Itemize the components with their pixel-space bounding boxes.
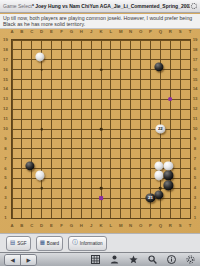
coord-label-top: J [90,29,92,33]
coord-label-right: 14 [193,87,198,91]
document-icon: ▤ [10,240,15,246]
coord-label-top: N [129,29,132,33]
coord-label-bottom: N [129,223,132,227]
coord-label-bottom: G [70,223,73,227]
playback-bar: ◀ ▶ [0,252,200,266]
coord-label-top: H [80,29,83,33]
coord-label-bottom: H [80,223,83,227]
coord-label-bottom: B [20,223,23,227]
coord-label-left: 12 [3,107,8,111]
coord-label-left: 4 [4,186,6,190]
coord-label-bottom: E [50,223,53,227]
coord-label-top: C [30,29,33,33]
coord-label-left: 6 [4,166,6,170]
coord-label-right: 16 [193,68,198,72]
coord-label-right: 1 [194,216,196,220]
coord-label-bottom: M [119,223,123,227]
coord-label-bottom: T [189,223,192,227]
variation-marker[interactable] [168,97,172,101]
coord-label-right: 5 [194,176,196,180]
coord-label-bottom: R [169,223,172,227]
coord-label-bottom: O [139,223,142,227]
coord-label-left: 14 [3,87,8,91]
coord-label-right: 10 [193,127,198,131]
coord-label-top: D [40,29,43,33]
move-number-label: 22 [156,124,165,133]
coord-label-left: 1 [4,216,6,220]
coord-label-left: 2 [4,206,6,210]
board-view-icon[interactable] [89,254,101,265]
coord-label-top: R [169,29,172,33]
info-icon[interactable] [165,254,177,265]
coord-label-right: 19 [193,38,198,42]
coord-label-right: 18 [193,48,198,52]
sgf-button[interactable]: ▤SGF [6,236,31,251]
board-icon: ▦ [40,240,45,246]
coord-label-left: 15 [3,77,8,81]
coord-label-bottom: L [110,223,113,227]
coord-label-left: 7 [4,157,6,161]
coord-label-top: P [149,29,152,33]
star-point [40,128,43,131]
button-label: Information [80,241,103,246]
coord-label-right: 7 [194,157,196,161]
coord-label-left: 13 [3,97,8,101]
coord-label-left: 3 [4,196,6,200]
info-icon: ⓘ [72,240,78,246]
coord-label-bottom: J [90,223,92,227]
coord-label-top: E [50,29,53,33]
game-title: * Joey Hung vs Nam ChiYun AGA_Jie_Li_Com… [32,3,190,9]
white-stone[interactable]: 22 [156,124,165,133]
coord-label-top: K [99,29,102,33]
coord-label-top: Q [159,29,162,33]
coord-label-right: 3 [194,196,196,200]
coord-label-bottom: C [30,223,33,227]
coord-label-right: 11 [193,117,198,121]
coord-label-left: 8 [4,147,6,151]
coord-label-bottom: A [10,223,13,227]
move-comment-text: Up till now, both players are playing co… [0,14,200,29]
star-point [40,68,43,71]
coord-label-right: 12 [193,107,198,111]
coord-label-top: S [179,29,182,33]
star-point [100,187,103,190]
star-point [100,68,103,71]
previous-move-button[interactable]: ◀ [5,255,20,265]
coord-label-right: 15 [193,77,198,81]
coord-label-bottom: P [149,223,152,227]
information-button[interactable]: ⓘInformation [68,236,106,251]
game-select-back-button[interactable]: Game Select [3,3,32,9]
coord-label-right: 9 [194,137,196,141]
coord-label-left: 9 [4,137,6,141]
coord-label-top: T [189,29,192,33]
players-icon[interactable] [108,254,120,265]
button-label: SGF [17,241,26,246]
search-icon[interactable] [146,254,158,265]
move-navigation-segmented-control: ◀ ▶ [4,254,37,266]
coord-label-bottom: K [99,223,102,227]
smartgo-app-window: Game Select * Joey Hung vs Nam ChiYun AG… [0,0,200,266]
star-point [40,187,43,190]
coord-label-top: O [139,29,142,33]
move-number-label: 21 [146,194,155,203]
settings-gear-icon[interactable] [190,3,197,10]
gear-icon [191,3,197,9]
coord-label-left: 5 [4,176,6,180]
coord-label-left: 19 [3,38,8,42]
coord-label-left: 16 [3,68,8,72]
coord-label-right: 2 [194,206,196,210]
coord-label-top: F [60,29,63,33]
coord-label-left: 18 [3,48,8,52]
coord-label-bottom: Q [159,223,162,227]
coord-label-top: G [70,29,73,33]
coord-label-right: 13 [193,97,198,101]
star-point [100,128,103,131]
coord-label-left: 17 [3,58,8,62]
coord-label-left: 11 [3,117,8,121]
coord-label-right: 4 [194,186,196,190]
coord-label-right: 17 [193,58,198,62]
navigation-bar: Game Select * Joey Hung vs Nam ChiYun AG… [0,0,200,13]
star-icon[interactable] [127,254,139,265]
go-board[interactable]: AABBCCDDEEFFGGHHJJKKLLMMNNOOPPQQRRSSTT19… [0,29,200,233]
coord-label-top: B [20,29,23,33]
next-move-button[interactable]: ▶ [20,255,36,265]
coord-label-bottom: D [40,223,43,227]
coord-label-bottom: F [60,223,63,227]
board-button[interactable]: ▦Board [36,236,63,251]
variation-marker[interactable] [99,196,103,200]
coord-label-top: L [110,29,113,33]
settings-icon[interactable] [184,254,196,265]
tool-strip: ▤SGF▦BoardⓘInformation [0,233,200,252]
coord-label-left: 10 [3,127,8,131]
coord-label-right: 6 [194,166,196,170]
coord-label-top: A [10,29,13,33]
button-label: Board [47,241,59,246]
coord-label-right: 8 [194,147,196,151]
coord-label-top: M [119,29,123,33]
black-stone[interactable]: 21 [146,194,155,203]
coord-label-bottom: S [179,223,182,227]
star-point [159,187,162,190]
